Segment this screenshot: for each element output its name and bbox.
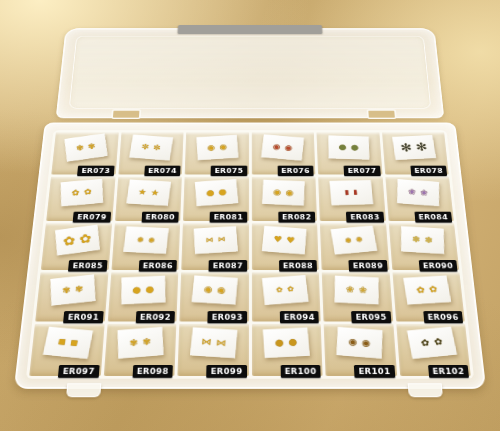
earring-stud-right: ⋈ (216, 339, 227, 348)
earring-stud-left: ◉ (273, 188, 281, 196)
box-lid (56, 28, 445, 118)
item-code-label: ER087 (209, 260, 247, 271)
earring-stud-left: ❀ (346, 285, 354, 294)
earring-stud-right: ★ (151, 189, 160, 197)
earring-card: ◉ ◉ (336, 327, 382, 359)
item-code-label: ER085 (68, 260, 107, 271)
earring-stud-right: ✾ (87, 143, 95, 151)
earring-stud-left: ◉ (344, 237, 352, 244)
item-code-label: ER074 (144, 166, 180, 176)
lid-hinge-strip (178, 25, 323, 34)
lid-latch-notch-right (366, 109, 396, 119)
box-latch-tab-left (67, 383, 102, 397)
earring-card: ❀ ❀ (334, 276, 378, 305)
compartment: ● ● ER092 (107, 272, 178, 321)
earring-stud-right: ❀ (359, 286, 367, 295)
earring-stud-right: ✿ (434, 337, 444, 347)
earring-card: ✾ ✾ (118, 327, 164, 359)
compartment: ◉ ◉ ER089 (320, 223, 389, 270)
earring-card: ✿ ✿ (407, 326, 457, 359)
scene: ✾ ✾ ER073 ✼ ✼ ER074 ◉ ◉ ER075 ◉ ◉ ER076 … (14, 28, 486, 387)
compartment: ◉ ◉ ER086 (111, 223, 180, 270)
earring-stud-left: ✽ (413, 236, 421, 244)
compartment: ✻ ✻ ER078 (382, 132, 449, 174)
compartment: ✾ ✾ ER073 (51, 132, 118, 174)
earring-card: ✾ ✾ (64, 133, 107, 162)
earring-card: ✿ ✿ (404, 275, 452, 305)
earring-stud-left: ◉ (137, 237, 144, 244)
earring-stud-left: ✿ (63, 235, 76, 248)
earring-stud-right: ✼ (153, 144, 161, 152)
earring-stud-right: ❀ (421, 189, 429, 197)
compartment: ✾ ✾ ER091 (35, 272, 108, 321)
earring-card: ⋈ ⋈ (194, 226, 238, 254)
compartment: ◉ ◉ ER075 (185, 132, 249, 174)
earring-stud-right: ✾ (143, 338, 152, 347)
earring-card: ● ● (122, 276, 166, 305)
earring-card: ⋈ ⋈ (190, 327, 237, 359)
item-code-label: ER081 (210, 212, 247, 223)
item-code-label: ER094 (280, 311, 319, 323)
compartment: ✿ ✿ ER094 (251, 272, 320, 321)
earring-stud-left: ✿ (72, 189, 80, 197)
earring-stud-left: ✿ (416, 286, 425, 295)
compartment: ● ● ER081 (183, 177, 249, 221)
jewelry-box-photo: ✾ ✾ ER073 ✼ ✼ ER074 ◉ ◉ ER075 ◉ ◉ ER076 … (0, 0, 500, 431)
earring-stud-right: ✾ (75, 285, 83, 294)
earring-stud-left: ● (275, 338, 284, 347)
compartment: ● ● ER077 (316, 132, 382, 174)
earring-stud-right: ◉ (219, 143, 227, 151)
earring-stud-right: ✿ (84, 188, 92, 196)
item-code-label: ER075 (211, 166, 247, 176)
item-code-label: ER078 (410, 166, 447, 176)
item-code-label: ER073 (77, 166, 114, 176)
compartment: ❀ ❀ ER095 (322, 272, 393, 321)
earring-card: ✿ ✿ (61, 179, 103, 207)
earring-stud-left: ▮ (345, 190, 350, 196)
earring-card: ● ● (328, 135, 369, 160)
compartment: ◉ ◉ ER093 (179, 272, 248, 321)
earring-card: ■ ■ (43, 326, 93, 359)
earring-stud-right: ▮ (353, 189, 358, 195)
item-code-label: ER086 (139, 260, 177, 271)
earring-card: ★ ★ (127, 179, 172, 206)
compartment: ▮ ▮ ER083 (318, 177, 385, 221)
item-code-label: ER076 (278, 166, 314, 176)
earring-stud-left: ♥ (274, 235, 283, 244)
earring-card: ✻ ✻ (393, 135, 437, 160)
earring-card: ♥ ♥ (262, 226, 306, 255)
earring-stud-left: ✾ (130, 339, 139, 348)
earring-stud-right: ■ (69, 339, 78, 347)
earring-stud-left: ✻ (400, 142, 413, 153)
compartment: ✾ ✾ ER098 (103, 324, 176, 376)
compartment: ◉ ◉ ER076 (251, 132, 315, 174)
earring-stud-right: ✽ (425, 236, 433, 244)
earring-stud-right: ◉ (362, 339, 371, 349)
earring-card: ✿ ✿ (262, 275, 309, 306)
earring-card: ◉ ◉ (124, 226, 169, 254)
compartment: ★ ★ ER080 (115, 177, 182, 221)
compartment: ❀ ❀ ER084 (385, 177, 454, 221)
box-latch-tab-right (408, 383, 443, 397)
organizer-box: ✾ ✾ ER073 ✼ ✼ ER074 ◉ ◉ ER075 ◉ ◉ ER076 … (14, 123, 486, 389)
earring-card: ◉ ◉ (196, 135, 238, 161)
compartment-grid: ✾ ✾ ER073 ✼ ✼ ER074 ◉ ◉ ER075 ◉ ◉ ER076 … (26, 130, 474, 378)
item-code-label: ER083 (346, 212, 383, 223)
earring-card: ✼ ✼ (129, 135, 173, 161)
earring-stud-right: ◉ (355, 236, 363, 243)
earring-stud-right: ● (146, 285, 154, 294)
earring-stud-left: ✿ (276, 287, 283, 294)
compartment: ✿ ✿ ER079 (46, 177, 115, 221)
compartment: ⋈ ⋈ ER087 (181, 223, 248, 270)
item-code-label: ER091 (63, 311, 103, 323)
earring-stud-left: ◉ (273, 143, 281, 151)
earring-stud-left: ❀ (408, 188, 416, 196)
item-code-label: ER099 (207, 365, 247, 377)
item-code-label: ER095 (351, 311, 390, 323)
compartment: ✼ ✼ ER074 (118, 132, 184, 174)
earring-stud-right: ● (289, 338, 298, 347)
compartment: ◉ ◉ ER082 (251, 177, 317, 221)
earring-card: ● ● (195, 179, 238, 207)
earring-card: ▮ ▮ (329, 180, 373, 206)
item-code-label: ER098 (132, 365, 172, 377)
earring-card: ◉ ◉ (261, 134, 304, 161)
compartment: ◉ ◉ ER101 (324, 324, 397, 376)
earring-stud-right: ♥ (287, 236, 296, 245)
earring-stud-right: ✿ (429, 285, 438, 294)
earring-card: ● ● (263, 327, 310, 358)
earring-card: ✽ ✽ (401, 226, 444, 254)
item-code-label: ER089 (349, 260, 387, 271)
earring-stud-right: ◉ (148, 237, 155, 244)
earring-stud-left: ★ (138, 188, 147, 196)
item-code-label: ER079 (73, 212, 111, 223)
lid-inner-panel (69, 36, 431, 109)
earring-stud-left: ■ (57, 338, 66, 346)
earring-stud-left: ◉ (203, 285, 212, 294)
earring-stud-left: ⋈ (206, 237, 214, 244)
compartment: ✿ ✿ ER085 (41, 223, 112, 270)
earring-stud-right: ● (218, 188, 227, 196)
earring-card: ❀ ❀ (397, 179, 439, 207)
earring-stud-right: ◉ (285, 144, 293, 152)
earring-stud-right: ✿ (79, 232, 92, 245)
item-code-label: ER093 (208, 311, 247, 323)
earring-card: ✿ ✿ (55, 225, 100, 256)
compartment: ● ● ER100 (251, 324, 322, 376)
earring-stud-left: ● (339, 144, 347, 151)
earring-stud-right: ● (351, 144, 359, 151)
compartment: ✿ ✿ ER096 (392, 272, 465, 321)
earring-stud-left: ◉ (348, 337, 357, 347)
item-code-label: ER092 (136, 311, 175, 323)
earring-stud-left: ✾ (76, 144, 84, 152)
earring-stud-left: ⋈ (201, 338, 212, 347)
earring-stud-left: ● (133, 286, 141, 295)
earring-stud-right: ✿ (287, 286, 294, 293)
item-code-label: ER082 (278, 212, 315, 223)
lid-latch-notch-left (111, 109, 141, 119)
earring-stud-right: ✻ (416, 142, 429, 153)
earring-stud-left: ◉ (207, 144, 215, 152)
compartment: ✿ ✿ ER102 (396, 324, 471, 376)
item-code-label: ER080 (141, 212, 178, 223)
item-code-label: ER096 (423, 311, 463, 323)
compartment: ✽ ✽ ER090 (388, 223, 459, 270)
item-code-label: ER088 (279, 260, 317, 271)
earring-stud-right: ◉ (286, 189, 294, 197)
item-code-label: ER090 (419, 260, 458, 271)
earring-stud-left: ● (206, 189, 215, 197)
earring-card: ◉ ◉ (262, 180, 304, 206)
earring-stud-left: ✿ (421, 339, 431, 349)
item-code-label: ER077 (344, 166, 380, 176)
earring-card: ◉ ◉ (331, 225, 378, 255)
item-code-label: ER084 (414, 212, 452, 223)
earring-stud-left: ✼ (141, 143, 150, 151)
item-code-label: ER101 (354, 365, 395, 377)
item-code-label: ER102 (428, 365, 469, 377)
earring-card: ✾ ✾ (50, 274, 95, 306)
earring-stud-right: ⋈ (218, 236, 226, 243)
compartment: ⋈ ⋈ ER099 (177, 324, 248, 376)
compartment: ♥ ♥ ER088 (251, 223, 318, 270)
compartment: ■ ■ ER097 (29, 324, 104, 376)
earring-stud-left: ✾ (62, 286, 70, 295)
earring-card: ◉ ◉ (191, 275, 237, 305)
item-code-label: ER100 (281, 365, 321, 377)
item-code-label: ER097 (58, 365, 99, 377)
earring-stud-right: ◉ (216, 286, 225, 295)
